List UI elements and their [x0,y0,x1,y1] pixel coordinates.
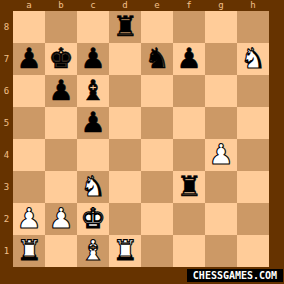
square-h5 [237,107,269,139]
square-a7: ♟ [13,43,45,75]
black-bishop-c6: ♝ [77,75,109,107]
square-b6: ♟ [45,75,77,107]
file-label-f: f [173,0,205,11]
square-b1 [45,235,77,267]
square-h7: ♞ [237,43,269,75]
white-rook-a1: ♜ [13,235,45,267]
square-e2 [141,203,173,235]
white-rook-d1: ♜ [109,235,141,267]
square-h2 [237,203,269,235]
square-a8 [13,11,45,43]
square-d3 [109,171,141,203]
square-b3 [45,171,77,203]
white-pawn-b2: ♟ [45,203,77,235]
square-c1: ♝ [77,235,109,267]
square-a3 [13,171,45,203]
square-g6 [205,75,237,107]
square-d8: ♜ [109,11,141,43]
square-a2: ♟ [13,203,45,235]
square-c5: ♟ [77,107,109,139]
rank-label-6: 6 [0,75,13,107]
black-pawn-c7: ♟ [77,43,109,75]
square-e8 [141,11,173,43]
rank-label-8: 8 [0,11,13,43]
square-e3 [141,171,173,203]
square-d6 [109,75,141,107]
square-d4 [109,139,141,171]
square-g5 [205,107,237,139]
black-pawn-b6: ♟ [45,75,77,107]
square-c6: ♝ [77,75,109,107]
black-pawn-c5: ♟ [77,107,109,139]
chessgames-watermark: CHESSGAMES.COM [187,269,283,282]
square-g4: ♟ [205,139,237,171]
chess-diagram: abcdefgh 87654321 ♜♟♚♟♞♟♞♟♝♟♟♞♜♟♟♚♜♝♜ CH… [0,0,284,284]
square-g3 [205,171,237,203]
square-b5 [45,107,77,139]
white-knight-c3: ♞ [77,171,109,203]
square-g1 [205,235,237,267]
file-label-a: a [13,0,45,11]
square-b2: ♟ [45,203,77,235]
square-c3: ♞ [77,171,109,203]
square-f7: ♟ [173,43,205,75]
square-a1: ♜ [13,235,45,267]
square-d7 [109,43,141,75]
black-king-b7: ♚ [45,43,77,75]
square-f3: ♜ [173,171,205,203]
square-d5 [109,107,141,139]
file-label-e: e [141,0,173,11]
rank-label-5: 5 [0,107,13,139]
square-h6 [237,75,269,107]
square-a6 [13,75,45,107]
black-rook-d8: ♜ [109,11,141,43]
square-h4 [237,139,269,171]
square-f1 [173,235,205,267]
black-pawn-f7: ♟ [173,43,205,75]
square-g7 [205,43,237,75]
file-label-c: c [77,0,109,11]
white-pawn-g4: ♟ [205,139,237,171]
white-knight-h7: ♞ [237,43,269,75]
square-a4 [13,139,45,171]
black-rook-f3: ♜ [173,171,205,203]
rank-label-3: 3 [0,171,13,203]
file-labels: abcdefgh [13,0,269,11]
square-a5 [13,107,45,139]
square-f2 [173,203,205,235]
square-h8 [237,11,269,43]
file-label-g: g [205,0,237,11]
square-b4 [45,139,77,171]
square-c7: ♟ [77,43,109,75]
white-bishop-c1: ♝ [77,235,109,267]
square-c4 [77,139,109,171]
rank-label-2: 2 [0,203,13,235]
rank-label-4: 4 [0,139,13,171]
square-e6 [141,75,173,107]
square-b7: ♚ [45,43,77,75]
square-d2 [109,203,141,235]
square-f8 [173,11,205,43]
black-pawn-a7: ♟ [13,43,45,75]
white-pawn-a2: ♟ [13,203,45,235]
black-knight-e7: ♞ [141,43,173,75]
square-b8 [45,11,77,43]
chessboard: ♜♟♚♟♞♟♞♟♝♟♟♞♜♟♟♚♜♝♜ [13,11,269,267]
square-e7: ♞ [141,43,173,75]
square-g8 [205,11,237,43]
square-f6 [173,75,205,107]
square-e5 [141,107,173,139]
rank-label-7: 7 [0,43,13,75]
square-h3 [237,171,269,203]
square-f5 [173,107,205,139]
square-e4 [141,139,173,171]
square-f4 [173,139,205,171]
square-h1 [237,235,269,267]
square-g2 [205,203,237,235]
rank-labels: 87654321 [0,11,13,267]
square-c8 [77,11,109,43]
white-king-c2: ♚ [77,203,109,235]
file-label-h: h [237,0,269,11]
square-e1 [141,235,173,267]
square-c2: ♚ [77,203,109,235]
file-label-b: b [45,0,77,11]
rank-label-1: 1 [0,235,13,267]
square-d1: ♜ [109,235,141,267]
